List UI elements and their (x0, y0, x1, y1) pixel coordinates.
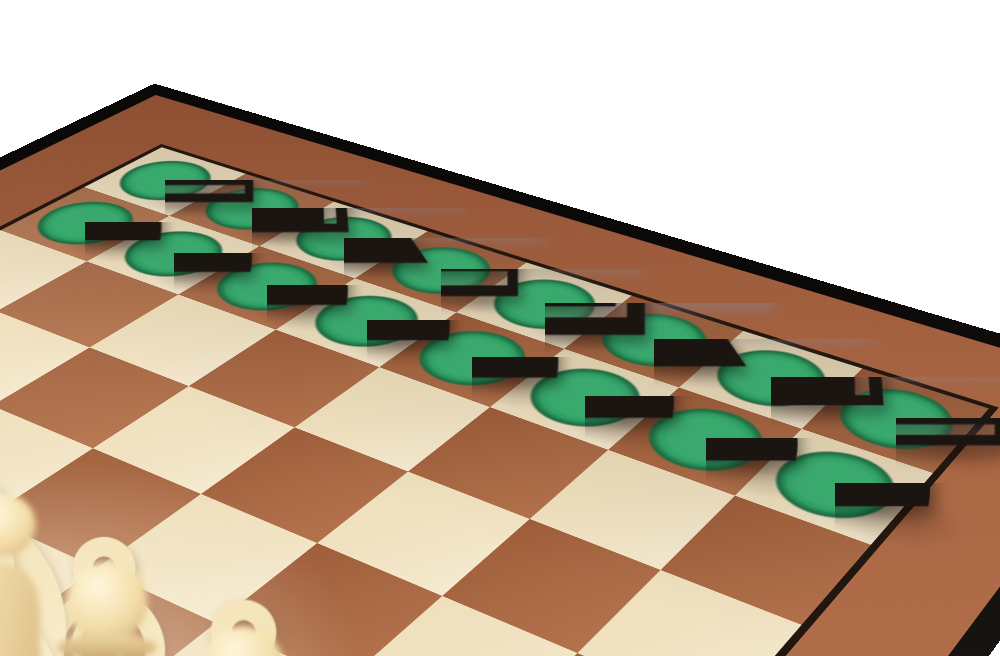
chess-set-scene: ♜♜♞♞♝♝♛♛♚♚♝♝♞♞♜♜♟♟♟♟♟♟♟♟♙♙♙♙♙♙♙♙♖♘♗♕♔♗♘♖ (0, 0, 1000, 656)
white-pawn-body (0, 564, 40, 656)
white-pawn-top (203, 626, 283, 656)
white-pawn-foreground-left (0, 494, 40, 656)
white-pawn-collar (57, 634, 157, 656)
white-pawn-foreground-middle (66, 562, 157, 656)
white-pawn-top (66, 562, 148, 642)
white-pawn-foreground-right (203, 626, 283, 656)
white-pawn-top (0, 494, 36, 556)
